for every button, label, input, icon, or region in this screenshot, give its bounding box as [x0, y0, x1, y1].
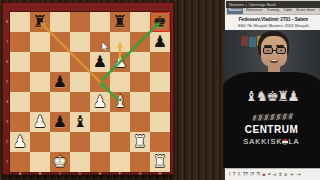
webcam-overlay: ♝♞♚♜♟ CENTRUM SAKKISKLA — [223, 30, 320, 168]
logo-subtitle-post: LA — [288, 137, 299, 146]
game-header-event: E60 7th Sharjah Masters 2024 Sharjah — [226, 23, 320, 28]
annotation-symbol-button[interactable]: ■ — [263, 172, 266, 177]
annotation-symbol-button[interactable]: = — [268, 172, 271, 177]
tab-table[interactable]: Table — [282, 8, 294, 14]
bookshelf-book — [249, 37, 256, 47]
annotation-symbol-button[interactable]: -+ — [297, 172, 301, 177]
logo-chess-pieces: ♝♞♚♜♟ — [223, 88, 320, 104]
arrow-e5-h8 — [101, 26, 156, 81]
annotation-symbol-button[interactable]: ∞ — [273, 172, 276, 177]
logo-title: CENTRUM — [223, 124, 320, 135]
arrow-overlay — [10, 12, 170, 172]
game-header: Fedoseev,Vladimir 2701 - Salem E60 7th S… — [226, 15, 320, 30]
arrowhead-f7 — [117, 42, 123, 48]
panel-title: Notation + Openings Book — [226, 1, 320, 8]
annotation-symbol-button[interactable]: ± — [279, 172, 281, 177]
tab-notation[interactable]: Notation — [227, 8, 243, 14]
bookshelf-book — [241, 36, 248, 46]
logo-subtitle: SAKKISKLA — [223, 137, 320, 146]
screen: 87654321ABCDEFGH♜♜♚♟♟♟♟♝♟♝♟♟♟♜♜♚ Notatio… — [0, 0, 320, 180]
annotation-symbol-button[interactable]: !? — [250, 172, 254, 177]
tab-reference[interactable]: Reference — [244, 8, 264, 14]
game-header-players: Fedoseev,Vladimir 2701 - Salem — [226, 17, 320, 22]
mouse-cursor — [102, 42, 108, 52]
arrow-f4-e5 — [104, 86, 119, 101]
glasses-bridge — [273, 50, 276, 51]
tab-training[interactable]: Training — [265, 8, 281, 14]
annotation-symbol-button[interactable]: ? — [233, 172, 236, 177]
annotation-symbol-button[interactable]: ?! — [257, 172, 261, 177]
annotation-symbol-button[interactable]: ! — [229, 172, 230, 177]
annotation-toolbar: !?!!??!??!■=∞±∓+--+ — [226, 168, 320, 180]
tab-score-sheet[interactable]: Score sheet — [294, 8, 316, 14]
annotation-symbol-button[interactable]: +- — [290, 172, 294, 177]
logo-subtitle-pre: SAKKISK — [243, 137, 282, 146]
chess-board-window: 87654321ABCDEFGH♜♜♚♟♟♟♟♝♟♝♟♟♟♜♜♚ — [2, 2, 174, 175]
annotation-symbol-button[interactable]: !! — [238, 172, 241, 177]
annotation-symbol-button[interactable]: ∓ — [284, 172, 288, 177]
annotation-symbol-button[interactable]: ?? — [243, 172, 248, 177]
panel-tabs: NotationReferenceTrainingTableScore shee… — [226, 8, 320, 15]
